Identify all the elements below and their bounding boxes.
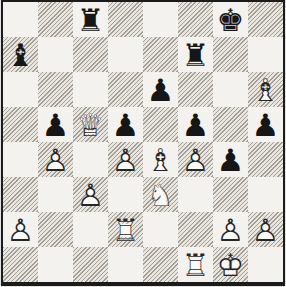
square-c7 [73, 37, 108, 72]
white-king: ♚♔ [213, 247, 248, 282]
square-e2 [143, 212, 178, 247]
square-a6 [3, 72, 38, 107]
square-g6 [213, 72, 248, 107]
square-d2: ♜♖ [108, 212, 143, 247]
square-h2: ♟♙ [248, 212, 283, 247]
square-f4: ♟♙ [178, 142, 213, 177]
square-b7 [38, 37, 73, 72]
square-c6 [73, 72, 108, 107]
square-h8 [248, 2, 283, 37]
square-g7 [213, 37, 248, 72]
white-knight: ♞♘ [143, 177, 178, 212]
square-b4: ♟♙ [38, 142, 73, 177]
square-e5 [143, 107, 178, 142]
square-d8 [108, 2, 143, 37]
square-b6 [38, 72, 73, 107]
square-e7 [143, 37, 178, 72]
white-rook: ♜♖ [178, 247, 213, 282]
black-pawn: ♟ [248, 107, 283, 142]
square-c8: ♜ [73, 2, 108, 37]
square-b3 [38, 177, 73, 212]
black-pawn: ♟ [38, 107, 73, 142]
square-e1 [143, 247, 178, 282]
square-c1 [73, 247, 108, 282]
black-rook: ♜ [178, 37, 213, 72]
black-pawn: ♟ [178, 107, 213, 142]
white-pawn: ♟♙ [248, 212, 283, 247]
square-f1: ♜♖ [178, 247, 213, 282]
black-rook: ♜ [73, 2, 108, 37]
black-pawn: ♟ [143, 72, 178, 107]
square-e6: ♟ [143, 72, 178, 107]
square-f8 [178, 2, 213, 37]
square-d4: ♟♙ [108, 142, 143, 177]
black-pawn: ♟ [213, 142, 248, 177]
white-rook: ♜♖ [108, 212, 143, 247]
white-pawn: ♟♙ [213, 212, 248, 247]
white-queen: ♛♕ [73, 107, 108, 142]
square-g1: ♚♔ [213, 247, 248, 282]
square-h4 [248, 142, 283, 177]
square-b5: ♟ [38, 107, 73, 142]
square-d1 [108, 247, 143, 282]
square-g3 [213, 177, 248, 212]
square-f2 [178, 212, 213, 247]
square-a1 [3, 247, 38, 282]
white-pawn: ♟♙ [108, 142, 143, 177]
square-f6 [178, 72, 213, 107]
white-bishop: ♝♗ [248, 72, 283, 107]
square-c4 [73, 142, 108, 177]
square-d3 [108, 177, 143, 212]
square-d5: ♟ [108, 107, 143, 142]
chess-board: ♜♚♝♜♟♝♗♟♛♕♟♟♟♟♙♟♙♝♗♟♙♟♟♙♞♘♟♙♜♖♟♙♟♙♜♖♚♔ [3, 2, 283, 282]
square-a8 [3, 2, 38, 37]
square-f7: ♜ [178, 37, 213, 72]
chess-diagram: ♜♚♝♜♟♝♗♟♛♕♟♟♟♟♙♟♙♝♗♟♙♟♟♙♞♘♟♙♜♖♟♙♟♙♜♖♚♔ [1, 0, 285, 286]
square-e4: ♝♗ [143, 142, 178, 177]
square-h5: ♟ [248, 107, 283, 142]
square-a5 [3, 107, 38, 142]
square-a7: ♝ [3, 37, 38, 72]
black-bishop: ♝ [3, 37, 38, 72]
square-h7 [248, 37, 283, 72]
square-h1 [248, 247, 283, 282]
square-a2: ♟♙ [3, 212, 38, 247]
square-g8: ♚ [213, 2, 248, 37]
black-pawn: ♟ [108, 107, 143, 142]
square-e8 [143, 2, 178, 37]
square-g2: ♟♙ [213, 212, 248, 247]
square-b8 [38, 2, 73, 37]
white-bishop: ♝♗ [143, 142, 178, 177]
black-king: ♚ [213, 2, 248, 37]
square-h3 [248, 177, 283, 212]
square-b2 [38, 212, 73, 247]
square-g5 [213, 107, 248, 142]
square-f5: ♟ [178, 107, 213, 142]
square-d7 [108, 37, 143, 72]
white-pawn: ♟♙ [73, 177, 108, 212]
square-c5: ♛♕ [73, 107, 108, 142]
square-c3: ♟♙ [73, 177, 108, 212]
square-h6: ♝♗ [248, 72, 283, 107]
square-c2 [73, 212, 108, 247]
white-pawn: ♟♙ [178, 142, 213, 177]
white-pawn: ♟♙ [38, 142, 73, 177]
square-e3: ♞♘ [143, 177, 178, 212]
square-f3 [178, 177, 213, 212]
square-b1 [38, 247, 73, 282]
square-a4 [3, 142, 38, 177]
square-g4: ♟ [213, 142, 248, 177]
white-pawn: ♟♙ [3, 212, 38, 247]
square-d6 [108, 72, 143, 107]
square-a3 [3, 177, 38, 212]
